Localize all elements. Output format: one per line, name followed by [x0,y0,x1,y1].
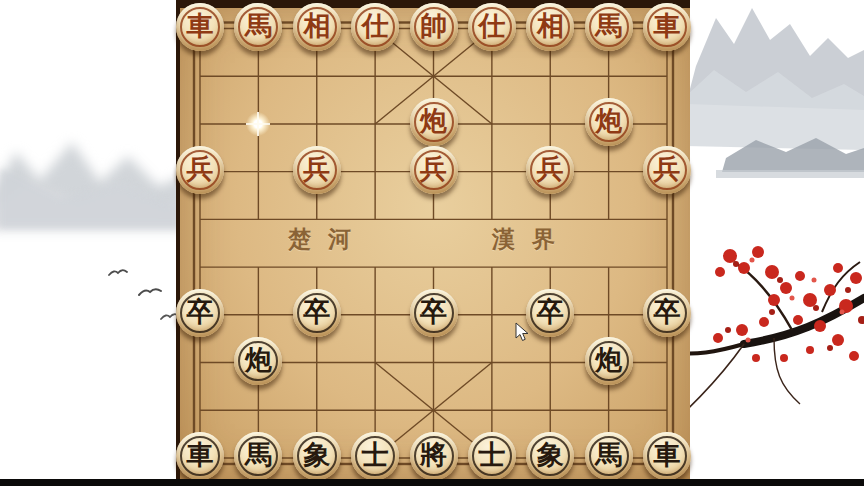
piece-glyph: 炮 [595,346,622,373]
piece-glyph: 卒 [537,298,564,325]
piece-glyph: 帥 [420,12,447,39]
piece-glyph: 仕 [362,12,389,39]
piece-black-soldier[interactable]: 卒 [293,289,341,337]
piece-glyph: 炮 [245,346,272,373]
piece-glyph: 將 [420,441,447,468]
piece-glyph: 馬 [595,441,622,468]
piece-black-elephant[interactable]: 象 [526,432,574,480]
piece-glyph: 兵 [420,155,447,182]
piece-black-soldier[interactable]: 卒 [410,289,458,337]
piece-red-horse[interactable]: 馬 [234,3,282,51]
piece-glyph: 卒 [420,298,447,325]
piece-black-advisor[interactable]: 士 [468,432,516,480]
piece-glyph: 仕 [478,12,505,39]
piece-glyph: 卒 [654,298,681,325]
piece-black-elephant[interactable]: 象 [293,432,341,480]
piece-red-horse[interactable]: 馬 [585,3,633,51]
piece-glyph: 馬 [245,12,272,39]
piece-black-soldier[interactable]: 卒 [176,289,224,337]
piece-red-soldier[interactable]: 兵 [526,146,574,194]
piece-red-soldier[interactable]: 兵 [643,146,691,194]
piece-glyph: 炮 [595,107,622,134]
piece-black-advisor[interactable]: 士 [351,432,399,480]
piece-black-chariot[interactable]: 車 [176,432,224,480]
piece-glyph: 兵 [654,155,681,182]
piece-black-general[interactable]: 將 [410,432,458,480]
piece-glyph: 士 [362,441,389,468]
piece-glyph: 車 [654,12,681,39]
piece-black-horse[interactable]: 馬 [585,432,633,480]
piece-black-cannon[interactable]: 炮 [234,337,282,385]
bird-icon [138,286,162,298]
piece-glyph: 馬 [245,441,272,468]
piece-red-soldier[interactable]: 兵 [410,146,458,194]
piece-black-horse[interactable]: 馬 [234,432,282,480]
piece-red-cannon[interactable]: 炮 [410,98,458,146]
river-label-left: 楚河 [288,224,368,255]
mountains-right-icon [686,0,864,200]
piece-glyph: 車 [187,441,214,468]
piece-glyph: 兵 [187,155,214,182]
piece-glyph: 兵 [303,155,330,182]
mountains-left-icon [0,158,178,228]
piece-red-elephant[interactable]: 相 [293,3,341,51]
piece-red-advisor[interactable]: 仕 [351,3,399,51]
xiangqi-app: 楚河 漢界 車馬相仕帥仕相馬車炮炮兵兵兵兵兵卒卒卒卒卒炮炮車馬象士將士象馬車 [0,0,864,486]
xiangqi-board[interactable]: 楚河 漢界 車馬相仕帥仕相馬車炮炮兵兵兵兵兵卒卒卒卒卒炮炮車馬象士將士象馬車 [176,0,690,486]
piece-red-chariot[interactable]: 車 [643,3,691,51]
piece-glyph: 車 [187,12,214,39]
mouse-cursor [515,322,529,342]
piece-glyph: 卒 [187,298,214,325]
piece-black-soldier[interactable]: 卒 [643,289,691,337]
piece-red-elephant[interactable]: 相 [526,3,574,51]
piece-black-chariot[interactable]: 車 [643,432,691,480]
last-move-origin-marker [245,111,271,137]
piece-glyph: 卒 [303,298,330,325]
piece-red-general[interactable]: 帥 [410,3,458,51]
piece-glyph: 相 [537,12,564,39]
right-background [686,0,864,486]
piece-glyph: 炮 [420,107,447,134]
piece-red-soldier[interactable]: 兵 [176,146,224,194]
piece-glyph: 馬 [595,12,622,39]
piece-black-cannon[interactable]: 炮 [585,337,633,385]
piece-red-cannon[interactable]: 炮 [585,98,633,146]
piece-glyph: 車 [654,441,681,468]
piece-glyph: 象 [537,441,564,468]
piece-glyph: 相 [303,12,330,39]
piece-glyph: 士 [478,441,505,468]
left-background [0,0,178,486]
piece-glyph: 兵 [537,155,564,182]
piece-red-chariot[interactable]: 車 [176,3,224,51]
piece-glyph: 象 [303,441,330,468]
piece-red-soldier[interactable]: 兵 [293,146,341,194]
river-label-right: 漢界 [492,224,572,255]
piece-black-soldier[interactable]: 卒 [526,289,574,337]
piece-red-advisor[interactable]: 仕 [468,3,516,51]
board-grid [176,0,690,486]
bird-icon [108,268,128,278]
bottom-letterbox-bar [0,479,864,486]
